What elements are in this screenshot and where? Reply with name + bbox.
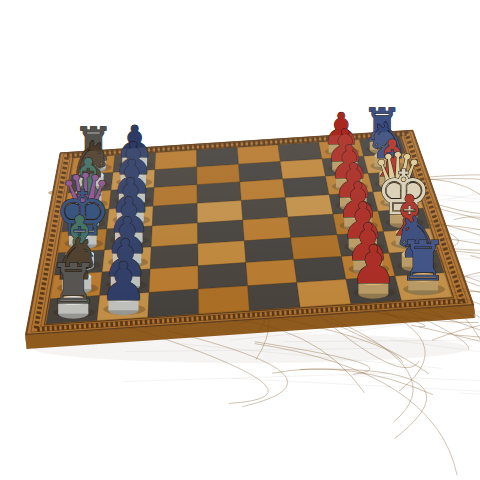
lighting-sheen bbox=[25, 130, 473, 335]
chess-set-photo: ♜♟♟♜♞♟♟♞♝♟♟♝♛♟♟♛♚♟♟♚♝♟♟♝♞♟♟♞♜♟♟♜ bbox=[0, 0, 480, 480]
chessboard-scene: ♜♟♟♜♞♟♟♞♝♟♟♝♛♟♟♛♚♟♟♚♝♟♟♝♞♟♟♞♜♟♟♜ bbox=[0, 0, 480, 480]
